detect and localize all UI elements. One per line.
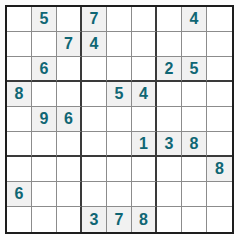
cell-r3c9[interactable] [207, 57, 232, 82]
cell-r5c7[interactable] [157, 107, 182, 132]
cell-r5c1[interactable] [7, 107, 32, 132]
cell-r4c4[interactable] [82, 82, 107, 107]
cell-r6c9[interactable] [207, 132, 232, 157]
cell-r3c3[interactable] [57, 57, 82, 82]
cell-r5c3[interactable]: 6 [57, 107, 82, 132]
cell-r4c7[interactable] [157, 82, 182, 107]
cell-r2c3[interactable]: 7 [57, 32, 82, 57]
cell-r5c8[interactable] [182, 107, 207, 132]
cell-r6c6[interactable]: 1 [132, 132, 157, 157]
cell-r9c3[interactable] [57, 207, 82, 232]
cell-r8c4[interactable] [82, 182, 107, 207]
cell-r9c9[interactable] [207, 207, 232, 232]
cell-r9c1[interactable] [7, 207, 32, 232]
cell-r9c5[interactable]: 7 [107, 207, 132, 232]
cell-r3c7[interactable]: 2 [157, 57, 182, 82]
cell-r7c7[interactable] [157, 157, 182, 182]
cell-r7c5[interactable] [107, 157, 132, 182]
cell-r6c5[interactable] [107, 132, 132, 157]
cell-r6c4[interactable] [82, 132, 107, 157]
cell-r2c6[interactable] [132, 32, 157, 57]
cell-r2c9[interactable] [207, 32, 232, 57]
cell-r7c3[interactable] [57, 157, 82, 182]
cell-r9c7[interactable] [157, 207, 182, 232]
cell-r9c4[interactable]: 3 [82, 207, 107, 232]
cell-r8c1[interactable]: 6 [7, 182, 32, 207]
cell-r3c8[interactable]: 5 [182, 57, 207, 82]
cell-r2c1[interactable] [7, 32, 32, 57]
cell-r8c6[interactable] [132, 182, 157, 207]
cell-r2c5[interactable] [107, 32, 132, 57]
cell-r5c5[interactable] [107, 107, 132, 132]
cell-r7c4[interactable] [82, 157, 107, 182]
cell-r8c5[interactable] [107, 182, 132, 207]
cell-r1c9[interactable] [207, 7, 232, 32]
cell-r3c4[interactable] [82, 57, 107, 82]
cell-r6c7[interactable]: 3 [157, 132, 182, 157]
page: 574746258549613886378 [0, 0, 240, 240]
cell-r2c2[interactable] [32, 32, 57, 57]
cell-r6c1[interactable] [7, 132, 32, 157]
cell-r5c6[interactable] [132, 107, 157, 132]
cell-r3c5[interactable] [107, 57, 132, 82]
cell-r9c6[interactable]: 8 [132, 207, 157, 232]
cell-r1c8[interactable]: 4 [182, 7, 207, 32]
cell-r1c2[interactable]: 5 [32, 7, 57, 32]
cell-r4c1[interactable]: 8 [7, 82, 32, 107]
cell-r2c8[interactable] [182, 32, 207, 57]
cell-r6c2[interactable] [32, 132, 57, 157]
cell-r5c4[interactable] [82, 107, 107, 132]
cell-r3c6[interactable] [132, 57, 157, 82]
cell-r4c8[interactable] [182, 82, 207, 107]
cell-r1c4[interactable]: 7 [82, 7, 107, 32]
cell-r7c1[interactable] [7, 157, 32, 182]
sudoku-board: 574746258549613886378 [5, 5, 234, 234]
cell-r3c1[interactable] [7, 57, 32, 82]
cell-r2c4[interactable]: 4 [82, 32, 107, 57]
cell-r7c2[interactable] [32, 157, 57, 182]
cell-r8c8[interactable] [182, 182, 207, 207]
cell-r7c8[interactable] [182, 157, 207, 182]
cell-r1c1[interactable] [7, 7, 32, 32]
cell-r7c6[interactable] [132, 157, 157, 182]
cell-r8c7[interactable] [157, 182, 182, 207]
cell-r4c3[interactable] [57, 82, 82, 107]
cell-r6c3[interactable] [57, 132, 82, 157]
cell-r8c2[interactable] [32, 182, 57, 207]
cell-r5c2[interactable]: 9 [32, 107, 57, 132]
cell-r4c2[interactable] [32, 82, 57, 107]
cell-r9c8[interactable] [182, 207, 207, 232]
cell-r1c3[interactable] [57, 7, 82, 32]
cell-r7c9[interactable]: 8 [207, 157, 232, 182]
cell-r1c6[interactable] [132, 7, 157, 32]
cell-r1c7[interactable] [157, 7, 182, 32]
cell-r4c5[interactable]: 5 [107, 82, 132, 107]
cell-r1c5[interactable] [107, 7, 132, 32]
cell-r5c9[interactable] [207, 107, 232, 132]
cell-r3c2[interactable]: 6 [32, 57, 57, 82]
cell-r8c9[interactable] [207, 182, 232, 207]
sudoku-grid: 574746258549613886378 [7, 7, 232, 232]
cell-r2c7[interactable] [157, 32, 182, 57]
cell-r4c9[interactable] [207, 82, 232, 107]
cell-r8c3[interactable] [57, 182, 82, 207]
cell-r6c8[interactable]: 8 [182, 132, 207, 157]
cell-r4c6[interactable]: 4 [132, 82, 157, 107]
cell-r9c2[interactable] [32, 207, 57, 232]
